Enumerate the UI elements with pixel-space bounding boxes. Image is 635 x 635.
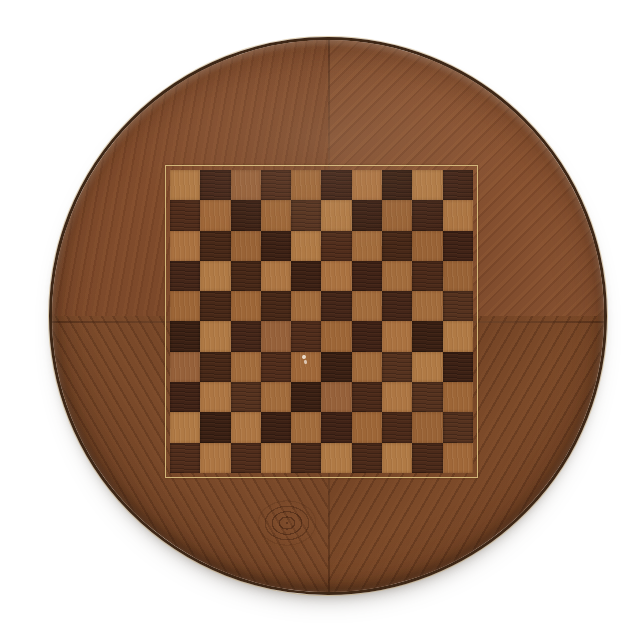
square-c9[interactable] — [231, 200, 261, 230]
square-g5[interactable] — [352, 321, 382, 351]
square-h4[interactable] — [382, 352, 412, 382]
square-f3[interactable] — [321, 382, 351, 412]
square-j4[interactable] — [443, 352, 473, 382]
square-a8[interactable] — [170, 231, 200, 261]
square-b9[interactable] — [200, 200, 230, 230]
square-i10[interactable] — [412, 170, 442, 200]
square-d9[interactable] — [261, 200, 291, 230]
square-i9[interactable] — [412, 200, 442, 230]
square-i3[interactable] — [412, 382, 442, 412]
square-g6[interactable] — [352, 291, 382, 321]
photo-background: { "game": "draughts / checkers — circula… — [0, 0, 635, 635]
square-c5[interactable] — [231, 321, 261, 351]
square-i7[interactable] — [412, 261, 442, 291]
wood-knot — [255, 497, 319, 549]
square-d3[interactable] — [261, 382, 291, 412]
square-g2[interactable] — [352, 412, 382, 442]
square-f10[interactable] — [321, 170, 351, 200]
square-f4[interactable] — [321, 352, 351, 382]
square-j5[interactable] — [443, 321, 473, 351]
square-i8[interactable] — [412, 231, 442, 261]
square-d8[interactable] — [261, 231, 291, 261]
board-grid — [170, 170, 473, 473]
square-i2[interactable] — [412, 412, 442, 442]
square-f5[interactable] — [321, 321, 351, 351]
square-c3[interactable] — [231, 382, 261, 412]
square-g3[interactable] — [352, 382, 382, 412]
square-f6[interactable] — [321, 291, 351, 321]
square-j3[interactable] — [443, 382, 473, 412]
square-c2[interactable] — [231, 412, 261, 442]
square-e6[interactable] — [291, 291, 321, 321]
square-b10[interactable] — [200, 170, 230, 200]
square-d7[interactable] — [261, 261, 291, 291]
square-h6[interactable] — [382, 291, 412, 321]
square-e5[interactable] — [291, 321, 321, 351]
square-a2[interactable] — [170, 412, 200, 442]
square-h7[interactable] — [382, 261, 412, 291]
square-j10[interactable] — [443, 170, 473, 200]
square-d2[interactable] — [261, 412, 291, 442]
square-c8[interactable] — [231, 231, 261, 261]
square-g8[interactable] — [352, 231, 382, 261]
square-j2[interactable] — [443, 412, 473, 442]
square-f9[interactable] — [321, 200, 351, 230]
square-a9[interactable] — [170, 200, 200, 230]
square-a4[interactable] — [170, 352, 200, 382]
square-e1[interactable] — [291, 443, 321, 473]
square-j9[interactable] — [443, 200, 473, 230]
games-table-top — [49, 37, 607, 595]
square-e10[interactable] — [291, 170, 321, 200]
square-f2[interactable] — [321, 412, 351, 442]
square-d1[interactable] — [261, 443, 291, 473]
square-g7[interactable] — [352, 261, 382, 291]
square-e7[interactable] — [291, 261, 321, 291]
square-i4[interactable] — [412, 352, 442, 382]
square-f1[interactable] — [321, 443, 351, 473]
square-h5[interactable] — [382, 321, 412, 351]
square-f7[interactable] — [321, 261, 351, 291]
square-i5[interactable] — [412, 321, 442, 351]
square-j6[interactable] — [443, 291, 473, 321]
square-h2[interactable] — [382, 412, 412, 442]
square-c6[interactable] — [231, 291, 261, 321]
square-i1[interactable] — [412, 443, 442, 473]
square-b8[interactable] — [200, 231, 230, 261]
square-b4[interactable] — [200, 352, 230, 382]
square-h10[interactable] — [382, 170, 412, 200]
square-e8[interactable] — [291, 231, 321, 261]
square-b2[interactable] — [200, 412, 230, 442]
square-j1[interactable] — [443, 443, 473, 473]
square-h9[interactable] — [382, 200, 412, 230]
square-b3[interactable] — [200, 382, 230, 412]
square-g10[interactable] — [352, 170, 382, 200]
square-e2[interactable] — [291, 412, 321, 442]
square-e9[interactable] — [291, 200, 321, 230]
square-g4[interactable] — [352, 352, 382, 382]
square-i6[interactable] — [412, 291, 442, 321]
square-g9[interactable] — [352, 200, 382, 230]
square-a3[interactable] — [170, 382, 200, 412]
square-h8[interactable] — [382, 231, 412, 261]
square-j8[interactable] — [443, 231, 473, 261]
square-j7[interactable] — [443, 261, 473, 291]
square-f8[interactable] — [321, 231, 351, 261]
square-a7[interactable] — [170, 261, 200, 291]
square-e3[interactable] — [291, 382, 321, 412]
square-a5[interactable] — [170, 321, 200, 351]
square-c4[interactable] — [231, 352, 261, 382]
square-c1[interactable] — [231, 443, 261, 473]
square-g1[interactable] — [352, 443, 382, 473]
square-d6[interactable] — [261, 291, 291, 321]
square-b6[interactable] — [200, 291, 230, 321]
square-b5[interactable] — [200, 321, 230, 351]
board-frame-stringing — [165, 165, 478, 478]
square-e4[interactable] — [291, 352, 321, 382]
square-h1[interactable] — [382, 443, 412, 473]
square-b1[interactable] — [200, 443, 230, 473]
square-b7[interactable] — [200, 261, 230, 291]
square-a1[interactable] — [170, 443, 200, 473]
square-h3[interactable] — [382, 382, 412, 412]
square-c7[interactable] — [231, 261, 261, 291]
square-d4[interactable] — [261, 352, 291, 382]
square-c10[interactable] — [231, 170, 261, 200]
square-d5[interactable] — [261, 321, 291, 351]
square-d10[interactable] — [261, 170, 291, 200]
square-a6[interactable] — [170, 291, 200, 321]
square-a10[interactable] — [170, 170, 200, 200]
